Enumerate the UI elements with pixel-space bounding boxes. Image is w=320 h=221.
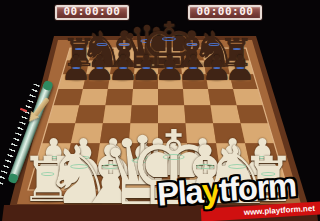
left-clock: 00:00:00 [55,5,129,20]
gauge-cap-top [42,80,54,92]
evaluation-gauge [0,75,70,210]
piece-collar [166,67,174,69]
piece-collar [189,67,197,69]
square-f5[interactable] [183,89,211,105]
piece-collar [96,67,104,69]
brand-pre: Pla [156,173,204,213]
brand-post: tform [218,166,297,208]
piece-black-pawn[interactable]: ♟ [223,51,258,86]
game-screen: ♜♞♝♛♚♝♞♜♟♟♟♟♟♟♟♟♟♟♟♟♟♟♟♟♜♞♝♛♚♝♞♜ 00:00:0… [0,0,320,221]
piece-collar [142,67,150,69]
square-c5[interactable] [106,89,134,105]
square-b5[interactable] [79,89,108,105]
square-g5[interactable] [208,89,237,105]
piece-collar [72,67,80,69]
piece-collar [213,67,221,69]
right-clock: 00:00:00 [188,5,262,20]
square-e5[interactable] [158,89,184,105]
piece-collar [236,67,244,69]
square-d5[interactable] [132,89,158,105]
needle-shaft [33,97,49,116]
gauge-cap-bottom [7,173,19,185]
piece-collar [119,67,127,69]
